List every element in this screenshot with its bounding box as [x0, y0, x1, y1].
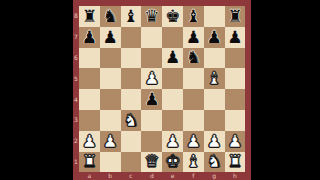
square-f2[interactable]: ♟: [183, 131, 204, 152]
square-d8[interactable]: ♛: [141, 6, 162, 27]
white-bishop: ♝: [207, 70, 222, 87]
square-h5[interactable]: [225, 68, 246, 89]
white-pawn: ♟: [227, 132, 242, 149]
square-f3[interactable]: [183, 110, 204, 131]
square-f7[interactable]: ♟: [183, 27, 204, 48]
white-rook: ♜: [227, 153, 242, 170]
square-g8[interactable]: [204, 6, 225, 27]
square-h3[interactable]: [225, 110, 246, 131]
square-b4[interactable]: [100, 89, 121, 110]
square-h7[interactable]: ♟: [225, 27, 246, 48]
square-h2[interactable]: ♟: [225, 131, 246, 152]
black-pawn: ♟: [186, 28, 201, 45]
square-e3[interactable]: [162, 110, 183, 131]
square-e2[interactable]: ♟: [162, 131, 183, 152]
square-h4[interactable]: [225, 89, 246, 110]
square-g5[interactable]: ♝: [204, 68, 225, 89]
white-knight: ♞: [207, 153, 222, 170]
square-f6[interactable]: ♞: [183, 48, 204, 69]
square-c1[interactable]: [121, 152, 142, 173]
square-h8[interactable]: ♜: [225, 6, 246, 27]
square-c3[interactable]: ♞: [121, 110, 142, 131]
white-pawn: ♟: [82, 132, 97, 149]
square-a1[interactable]: ♜: [79, 152, 100, 173]
white-queen: ♛: [144, 153, 159, 170]
square-e8[interactable]: ♚: [162, 6, 183, 27]
file-label-d: d: [141, 172, 162, 180]
black-rook: ♜: [82, 7, 97, 24]
square-e1[interactable]: ♚: [162, 152, 183, 173]
square-e5[interactable]: [162, 68, 183, 89]
square-c2[interactable]: [121, 131, 142, 152]
white-pawn: ♟: [165, 132, 180, 149]
white-pawn: ♟: [207, 132, 222, 149]
file-label-e: e: [162, 172, 183, 180]
black-bishop: ♝: [186, 7, 201, 24]
chess-board[interactable]: ♜♞♝♛♚♝♜♟♟♟♟♟♟♞♟♝♟♞♟♟♟♟♟♟♜♛♚♝♞♜: [79, 6, 245, 172]
square-d5[interactable]: ♟: [141, 68, 162, 89]
file-label-b: b: [100, 172, 121, 180]
square-a8[interactable]: ♜: [79, 6, 100, 27]
file-label-f: f: [183, 172, 204, 180]
square-a6[interactable]: [79, 48, 100, 69]
white-pawn: ♟: [103, 132, 118, 149]
video-frame-canvas: 87654321 ♜♞♝♛♚♝♜♟♟♟♟♟♟♞♟♝♟♞♟♟♟♟♟♟♜♛♚♝♞♜ …: [0, 0, 320, 180]
square-d3[interactable]: [141, 110, 162, 131]
square-d4[interactable]: ♟: [141, 89, 162, 110]
square-a3[interactable]: [79, 110, 100, 131]
black-pawn: ♟: [82, 28, 97, 45]
square-b3[interactable]: [100, 110, 121, 131]
black-pawn: ♟: [227, 28, 242, 45]
black-pawn: ♟: [207, 28, 222, 45]
square-e4[interactable]: [162, 89, 183, 110]
square-c5[interactable]: [121, 68, 142, 89]
square-f4[interactable]: [183, 89, 204, 110]
square-a5[interactable]: [79, 68, 100, 89]
black-knight: ♞: [103, 7, 118, 24]
black-rook: ♜: [227, 7, 242, 24]
black-queen: ♛: [144, 7, 159, 24]
square-b5[interactable]: [100, 68, 121, 89]
square-a4[interactable]: [79, 89, 100, 110]
square-b7[interactable]: ♟: [100, 27, 121, 48]
file-label-g: g: [204, 172, 225, 180]
white-bishop: ♝: [186, 153, 201, 170]
square-f5[interactable]: [183, 68, 204, 89]
white-king: ♚: [165, 153, 180, 170]
square-d1[interactable]: ♛: [141, 152, 162, 173]
black-pawn: ♟: [144, 91, 159, 108]
square-g1[interactable]: ♞: [204, 152, 225, 173]
square-g2[interactable]: ♟: [204, 131, 225, 152]
square-g7[interactable]: ♟: [204, 27, 225, 48]
square-c8[interactable]: ♝: [121, 6, 142, 27]
white-pawn: ♟: [144, 70, 159, 87]
white-knight: ♞: [123, 111, 138, 128]
square-a2[interactable]: ♟: [79, 131, 100, 152]
square-g4[interactable]: [204, 89, 225, 110]
square-b6[interactable]: [100, 48, 121, 69]
square-b1[interactable]: [100, 152, 121, 173]
black-king: ♚: [165, 7, 180, 24]
white-rook: ♜: [82, 153, 97, 170]
file-label-a: a: [79, 172, 100, 180]
white-pawn: ♟: [186, 132, 201, 149]
square-b2[interactable]: ♟: [100, 131, 121, 152]
square-f8[interactable]: ♝: [183, 6, 204, 27]
square-d2[interactable]: [141, 131, 162, 152]
square-c7[interactable]: [121, 27, 142, 48]
chess-board-frame: 87654321 ♜♞♝♛♚♝♜♟♟♟♟♟♟♞♟♝♟♞♟♟♟♟♟♟♜♛♚♝♞♜ …: [73, 0, 251, 180]
file-label-c: c: [121, 172, 142, 180]
square-e6[interactable]: ♟: [162, 48, 183, 69]
square-h1[interactable]: ♜: [225, 152, 246, 173]
square-c4[interactable]: [121, 89, 142, 110]
square-d6[interactable]: [141, 48, 162, 69]
black-knight: ♞: [186, 49, 201, 66]
square-d7[interactable]: [141, 27, 162, 48]
square-g3[interactable]: [204, 110, 225, 131]
square-f1[interactable]: ♝: [183, 152, 204, 173]
square-b8[interactable]: ♞: [100, 6, 121, 27]
black-bishop: ♝: [123, 7, 138, 24]
square-c6[interactable]: [121, 48, 142, 69]
file-labels: abcdefgh: [79, 172, 245, 180]
black-pawn: ♟: [103, 28, 118, 45]
square-h6[interactable]: [225, 48, 246, 69]
black-pawn: ♟: [165, 49, 180, 66]
file-label-h: h: [225, 172, 246, 180]
square-a7[interactable]: ♟: [79, 27, 100, 48]
square-g6[interactable]: [204, 48, 225, 69]
square-e7[interactable]: [162, 27, 183, 48]
